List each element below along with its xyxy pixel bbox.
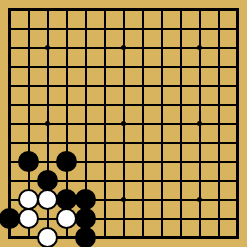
board-intersection[interactable] [0, 0, 19, 19]
board-intersection[interactable] [133, 95, 152, 114]
grid-line-vertical [28, 38, 30, 57]
board-intersection[interactable] [76, 228, 95, 247]
board-intersection[interactable] [171, 38, 190, 57]
grid-line-vertical [28, 114, 30, 133]
grid-line-vertical [104, 38, 106, 57]
board-intersection[interactable] [209, 171, 228, 190]
grid-line-vertical [8, 133, 11, 152]
board-intersection[interactable] [171, 171, 190, 190]
board-intersection[interactable] [152, 209, 171, 228]
board-intersection[interactable] [152, 228, 171, 247]
grid-line-vertical [104, 152, 106, 171]
board-intersection[interactable] [57, 228, 76, 247]
board-intersection[interactable] [76, 171, 95, 190]
grid-line-vertical [180, 38, 182, 57]
board-intersection[interactable] [133, 76, 152, 95]
board-intersection[interactable] [152, 152, 171, 171]
grid-line-vertical [104, 76, 106, 95]
grid-line-vertical [8, 38, 11, 57]
board-intersection[interactable] [171, 114, 190, 133]
board-intersection[interactable] [190, 152, 209, 171]
black-stone [56, 151, 77, 172]
board-intersection[interactable] [95, 0, 114, 19]
grid-line-vertical [123, 209, 125, 228]
board-intersection[interactable] [190, 209, 209, 228]
board-intersection[interactable] [228, 95, 247, 114]
grid-line-vertical [218, 19, 220, 38]
board-intersection[interactable] [19, 190, 38, 209]
star-point [197, 45, 202, 50]
grid-line-vertical [199, 76, 201, 95]
white-stone [37, 189, 58, 210]
board-intersection[interactable] [190, 133, 209, 152]
board-intersection[interactable] [228, 57, 247, 76]
board-intersection[interactable] [19, 95, 38, 114]
board-intersection[interactable] [76, 19, 95, 38]
board-intersection[interactable] [152, 38, 171, 57]
grid-line-vertical [123, 19, 125, 38]
board-intersection[interactable] [38, 0, 57, 19]
board-intersection[interactable] [76, 190, 95, 209]
grid-line-vertical [199, 57, 201, 76]
grid-line-vertical [104, 19, 106, 38]
grid-line-vertical [47, 95, 49, 114]
board-intersection[interactable] [190, 76, 209, 95]
grid-line-vertical [142, 228, 144, 239]
grid-line-vertical [66, 76, 68, 95]
board-intersection[interactable] [0, 38, 19, 57]
star-point [45, 45, 50, 50]
board-intersection[interactable] [133, 190, 152, 209]
board-intersection[interactable] [114, 38, 133, 57]
board-intersection[interactable] [228, 114, 247, 133]
star-point [121, 45, 126, 50]
board-intersection[interactable] [38, 152, 57, 171]
grid-line-vertical [142, 38, 144, 57]
grid-line-vertical [66, 57, 68, 76]
board-intersection[interactable] [209, 190, 228, 209]
grid-line-vertical [161, 38, 163, 57]
board-intersection[interactable] [133, 19, 152, 38]
board-intersection[interactable] [38, 19, 57, 38]
board-intersection[interactable] [190, 0, 209, 19]
grid-line-vertical [47, 19, 49, 38]
grid-line-vertical [236, 95, 239, 114]
grid-line-vertical [85, 8, 87, 19]
board-intersection[interactable] [95, 152, 114, 171]
grid-line-vertical [236, 209, 239, 228]
board-intersection[interactable] [228, 0, 247, 19]
grid-line-vertical [180, 95, 182, 114]
board-intersection[interactable] [171, 209, 190, 228]
grid-line-vertical [47, 152, 49, 171]
board-intersection[interactable] [19, 171, 38, 190]
board-intersection[interactable] [171, 95, 190, 114]
board-intersection[interactable] [95, 209, 114, 228]
grid-line-vertical [142, 57, 144, 76]
board-intersection[interactable] [133, 228, 152, 247]
grid-line-vertical [236, 171, 239, 190]
grid-line-vertical [123, 152, 125, 171]
board-intersection[interactable] [209, 57, 228, 76]
grid-line-vertical [47, 57, 49, 76]
grid-line-vertical [85, 57, 87, 76]
star-point [197, 197, 202, 202]
grid-line-vertical [161, 190, 163, 209]
black-stone [37, 170, 58, 191]
board-intersection[interactable] [190, 95, 209, 114]
grid-line-vertical [104, 133, 106, 152]
board-intersection[interactable] [38, 171, 57, 190]
grid-line-vertical [142, 133, 144, 152]
board-intersection[interactable] [190, 19, 209, 38]
board-intersection[interactable] [57, 133, 76, 152]
grid-line-vertical [180, 171, 182, 190]
board-intersection[interactable] [19, 76, 38, 95]
board-intersection[interactable] [209, 114, 228, 133]
board-intersection[interactable] [190, 228, 209, 247]
grid-line-vertical [218, 209, 220, 228]
board-intersection[interactable] [57, 76, 76, 95]
grid-line-vertical [28, 228, 30, 239]
board-intersection[interactable] [133, 171, 152, 190]
board-intersection[interactable] [95, 38, 114, 57]
board-intersection[interactable] [209, 19, 228, 38]
board-intersection[interactable] [57, 114, 76, 133]
board-intersection[interactable] [114, 95, 133, 114]
grid-line-vertical [85, 38, 87, 57]
board-intersection[interactable] [209, 228, 228, 247]
grid-line-vertical [8, 19, 11, 38]
board-intersection[interactable] [76, 152, 95, 171]
white-stone [37, 227, 58, 247]
grid-line-vertical [8, 57, 11, 76]
board-intersection[interactable] [95, 95, 114, 114]
board-intersection[interactable] [0, 171, 19, 190]
board-intersection[interactable] [209, 95, 228, 114]
board-intersection[interactable] [190, 57, 209, 76]
board-intersection[interactable] [76, 38, 95, 57]
board-intersection[interactable] [228, 209, 247, 228]
board-intersection[interactable] [0, 95, 19, 114]
white-stone [18, 208, 39, 229]
black-stone [75, 189, 96, 210]
board-intersection[interactable] [38, 190, 57, 209]
grid-line-vertical [142, 95, 144, 114]
board-intersection[interactable] [209, 76, 228, 95]
board-intersection[interactable] [133, 114, 152, 133]
board-intersection[interactable] [38, 228, 57, 247]
board-intersection[interactable] [133, 152, 152, 171]
board-intersection[interactable] [95, 171, 114, 190]
grid-line-vertical [218, 95, 220, 114]
board-intersection[interactable] [133, 0, 152, 19]
black-stone [18, 151, 39, 172]
grid-line-vertical [199, 19, 201, 38]
grid-line-vertical [180, 114, 182, 133]
grid-line-vertical [218, 8, 220, 19]
board-intersection[interactable] [0, 228, 19, 247]
board-intersection[interactable] [0, 209, 19, 228]
board-intersection[interactable] [152, 190, 171, 209]
board-intersection[interactable] [152, 133, 171, 152]
board-intersection[interactable] [228, 133, 247, 152]
board-intersection[interactable] [57, 171, 76, 190]
grid-line-vertical [28, 76, 30, 95]
board-intersection[interactable] [114, 133, 133, 152]
board-intersection[interactable] [95, 114, 114, 133]
grid-line-vertical [85, 19, 87, 38]
grid-line-vertical [8, 76, 11, 95]
grid-line-vertical [104, 114, 106, 133]
grid-line-vertical [161, 114, 163, 133]
grid-line-vertical [66, 228, 68, 239]
grid-line-vertical [28, 95, 30, 114]
board-intersection[interactable] [114, 76, 133, 95]
grid-line-vertical [199, 209, 201, 228]
grid-line-vertical [180, 209, 182, 228]
board-intersection[interactable] [95, 19, 114, 38]
grid-line-vertical [28, 8, 30, 19]
grid-line-vertical [236, 152, 239, 171]
board-intersection[interactable] [152, 95, 171, 114]
grid-line-vertical [66, 19, 68, 38]
grid-line-vertical [123, 57, 125, 76]
grid-line-vertical [123, 133, 125, 152]
grid-line-vertical [180, 19, 182, 38]
grid-line-vertical [123, 76, 125, 95]
grid-line-vertical [161, 171, 163, 190]
board-intersection[interactable] [228, 38, 247, 57]
board-intersection[interactable] [152, 171, 171, 190]
grid-line-vertical [236, 38, 239, 57]
board-intersection[interactable] [114, 19, 133, 38]
board-intersection[interactable] [95, 133, 114, 152]
board-intersection[interactable] [114, 114, 133, 133]
board-intersection[interactable] [19, 133, 38, 152]
grid-line-vertical [161, 76, 163, 95]
grid-line-vertical [180, 152, 182, 171]
board-intersection[interactable] [171, 152, 190, 171]
board-intersection[interactable] [228, 190, 247, 209]
board-intersection[interactable] [209, 152, 228, 171]
grid-line-vertical [85, 76, 87, 95]
board-intersection[interactable] [190, 38, 209, 57]
board-intersection[interactable] [133, 209, 152, 228]
board-intersection[interactable] [76, 0, 95, 19]
grid-line-vertical [85, 152, 87, 171]
grid-line-vertical [236, 114, 239, 133]
grid-line-vertical [236, 228, 239, 239]
board-intersection[interactable] [0, 19, 19, 38]
star-point [121, 121, 126, 126]
board-intersection[interactable] [133, 133, 152, 152]
board-intersection[interactable] [57, 152, 76, 171]
grid-line-vertical [180, 57, 182, 76]
grid-line-vertical [142, 171, 144, 190]
board-intersection[interactable] [95, 190, 114, 209]
grid-line-vertical [66, 133, 68, 152]
board-intersection[interactable] [19, 228, 38, 247]
board-intersection[interactable] [0, 152, 19, 171]
go-board [0, 0, 247, 247]
grid-line-vertical [28, 171, 30, 190]
board-intersection[interactable] [38, 209, 57, 228]
grid-line-vertical [66, 8, 68, 19]
black-stone [75, 208, 96, 229]
grid-line-vertical [199, 95, 201, 114]
board-intersection[interactable] [95, 228, 114, 247]
white-stone [18, 189, 39, 210]
grid-line-vertical [180, 133, 182, 152]
board-intersection[interactable] [0, 133, 19, 152]
grid-line-vertical [66, 95, 68, 114]
board-intersection[interactable] [38, 133, 57, 152]
board-intersection[interactable] [57, 19, 76, 38]
board-intersection[interactable] [76, 133, 95, 152]
black-stone [56, 189, 77, 210]
grid-line-vertical [66, 171, 68, 190]
grid-line-vertical [8, 114, 11, 133]
board-intersection[interactable] [171, 190, 190, 209]
board-intersection[interactable] [38, 114, 57, 133]
board-intersection[interactable] [209, 0, 228, 19]
board-intersection[interactable] [133, 57, 152, 76]
board-intersection[interactable] [228, 171, 247, 190]
board-intersection[interactable] [171, 19, 190, 38]
board-intersection[interactable] [19, 209, 38, 228]
grid-line-vertical [104, 190, 106, 209]
grid-line-vertical [161, 228, 163, 239]
board-intersection[interactable] [228, 152, 247, 171]
grid-line-vertical [142, 209, 144, 228]
grid-line-vertical [236, 190, 239, 209]
board-intersection[interactable] [57, 190, 76, 209]
grid-line-vertical [180, 76, 182, 95]
grid-line-vertical [161, 209, 163, 228]
grid-line-vertical [8, 171, 11, 190]
grid-line-vertical [104, 95, 106, 114]
board-intersection[interactable] [209, 38, 228, 57]
board-intersection[interactable] [0, 57, 19, 76]
board-intersection[interactable] [57, 0, 76, 19]
board-intersection[interactable] [0, 76, 19, 95]
board-intersection[interactable] [209, 209, 228, 228]
grid-line-vertical [199, 8, 201, 19]
grid-line-vertical [236, 57, 239, 76]
board-intersection[interactable] [171, 133, 190, 152]
board-intersection[interactable] [209, 133, 228, 152]
black-stone [75, 227, 96, 247]
grid-line-vertical [8, 190, 11, 209]
grid-line-vertical [8, 8, 11, 19]
grid-line-vertical [8, 95, 11, 114]
board-intersection[interactable] [19, 0, 38, 19]
grid-line-vertical [142, 114, 144, 133]
board-intersection[interactable] [38, 76, 57, 95]
board-intersection[interactable] [228, 76, 247, 95]
grid-line-vertical [161, 57, 163, 76]
board-intersection[interactable] [171, 228, 190, 247]
grid-line-vertical [28, 57, 30, 76]
board-intersection[interactable] [171, 57, 190, 76]
board-intersection[interactable] [76, 114, 95, 133]
grid-line-vertical [236, 19, 239, 38]
board-intersection[interactable] [114, 228, 133, 247]
board-intersection[interactable] [228, 228, 247, 247]
grid-line-vertical [123, 171, 125, 190]
board-intersection[interactable] [190, 114, 209, 133]
grid-line-vertical [218, 133, 220, 152]
board-intersection[interactable] [76, 57, 95, 76]
board-intersection[interactable] [114, 0, 133, 19]
board-intersection[interactable] [152, 114, 171, 133]
board-intersection[interactable] [114, 209, 133, 228]
board-intersection[interactable] [114, 57, 133, 76]
grid-line-vertical [85, 95, 87, 114]
grid-line-vertical [199, 152, 201, 171]
grid-line-vertical [218, 152, 220, 171]
grid-line-vertical [8, 152, 11, 171]
board-intersection[interactable] [114, 190, 133, 209]
grid-line-vertical [28, 19, 30, 38]
board-intersection[interactable] [152, 0, 171, 19]
board-intersection[interactable] [19, 38, 38, 57]
board-intersection[interactable] [133, 38, 152, 57]
board-intersection[interactable] [95, 57, 114, 76]
board-intersection[interactable] [19, 114, 38, 133]
board-intersection[interactable] [57, 38, 76, 57]
board-intersection[interactable] [57, 57, 76, 76]
grid-line-vertical [104, 209, 106, 228]
grid-line-vertical [180, 228, 182, 239]
board-intersection[interactable] [57, 209, 76, 228]
board-intersection[interactable] [114, 152, 133, 171]
grid-line-vertical [66, 38, 68, 57]
board-intersection[interactable] [190, 190, 209, 209]
board-intersection[interactable] [114, 171, 133, 190]
board-intersection[interactable] [19, 57, 38, 76]
board-intersection[interactable] [38, 95, 57, 114]
board-intersection[interactable] [152, 76, 171, 95]
grid-line-vertical [142, 190, 144, 209]
board-intersection[interactable] [38, 38, 57, 57]
board-intersection[interactable] [19, 19, 38, 38]
board-intersection[interactable] [228, 19, 247, 38]
board-intersection[interactable] [0, 114, 19, 133]
board-intersection[interactable] [38, 57, 57, 76]
board-intersection[interactable] [152, 19, 171, 38]
board-intersection[interactable] [76, 95, 95, 114]
grid-line-vertical [199, 228, 201, 239]
board-intersection[interactable] [76, 209, 95, 228]
board-intersection[interactable] [0, 190, 19, 209]
board-intersection[interactable] [57, 95, 76, 114]
grid-line-vertical [47, 209, 49, 228]
board-intersection[interactable] [19, 152, 38, 171]
board-intersection[interactable] [190, 171, 209, 190]
board-intersection[interactable] [171, 76, 190, 95]
grid-line-vertical [218, 38, 220, 57]
grid-line-vertical [180, 190, 182, 209]
board-intersection[interactable] [95, 76, 114, 95]
board-intersection[interactable] [171, 0, 190, 19]
grid-line-vertical [104, 57, 106, 76]
grid-line-vertical [161, 8, 163, 19]
grid-line-vertical [161, 95, 163, 114]
board-intersection[interactable] [152, 57, 171, 76]
board-intersection[interactable] [76, 76, 95, 95]
